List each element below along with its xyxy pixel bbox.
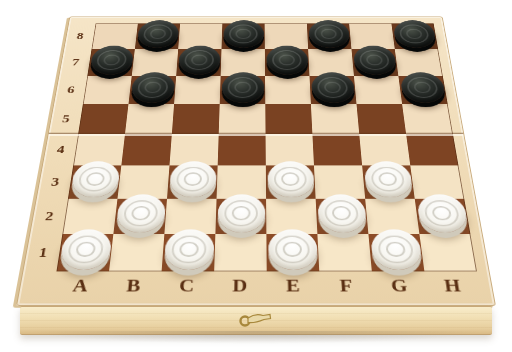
square-a1[interactable] — [56, 234, 113, 271]
square-c5[interactable] — [172, 104, 220, 134]
square-a3[interactable] — [68, 165, 121, 198]
checker-white[interactable] — [317, 194, 367, 232]
checker-black[interactable] — [311, 72, 356, 103]
checker-white[interactable] — [70, 161, 121, 197]
square-e5[interactable] — [265, 104, 312, 134]
checker-black[interactable] — [89, 46, 134, 75]
square-g7[interactable] — [351, 49, 398, 76]
square-h6[interactable] — [398, 76, 447, 104]
file-label-b: B — [106, 271, 162, 300]
checker-white[interactable] — [115, 194, 166, 232]
square-d5[interactable] — [219, 104, 266, 134]
square-h1[interactable] — [419, 234, 477, 271]
box-shadow — [30, 331, 482, 344]
square-e7[interactable] — [265, 49, 310, 76]
file-label-a: A — [52, 271, 109, 300]
square-e1[interactable] — [266, 234, 319, 271]
square-a7[interactable] — [87, 49, 135, 76]
square-f2[interactable] — [316, 199, 369, 234]
checker-white[interactable] — [168, 161, 216, 197]
square-f8[interactable] — [307, 23, 352, 49]
square-d6[interactable] — [220, 76, 266, 104]
checker-white[interactable] — [163, 229, 214, 269]
checker-black[interactable] — [130, 72, 175, 103]
square-f1[interactable] — [317, 234, 371, 271]
file-label-g: G — [372, 271, 428, 300]
checker-black[interactable] — [399, 72, 446, 103]
square-c6[interactable] — [174, 76, 221, 104]
square-g3[interactable] — [362, 165, 415, 198]
checker-white[interactable] — [58, 229, 112, 269]
square-g5[interactable] — [357, 104, 407, 134]
board-scene: 87654321ABCDEFGH — [16, 0, 496, 306]
file-label-e: E — [267, 271, 321, 300]
square-b6[interactable] — [128, 76, 176, 104]
square-h8[interactable] — [391, 23, 438, 49]
square-d8[interactable] — [222, 23, 265, 49]
square-b2[interactable] — [113, 199, 167, 234]
checker-black[interactable] — [308, 20, 350, 48]
rank-label-6: 6 — [54, 76, 87, 104]
square-b8[interactable] — [135, 23, 180, 49]
file-label-f: F — [319, 271, 374, 300]
square-d2[interactable] — [215, 199, 266, 234]
square-d1[interactable] — [214, 234, 267, 271]
file-label-h: H — [424, 271, 482, 300]
checker-white[interactable] — [217, 194, 265, 232]
square-c7[interactable] — [176, 49, 221, 76]
checker-white[interactable] — [363, 161, 413, 197]
square-g1[interactable] — [368, 234, 424, 271]
checker-black[interactable] — [136, 20, 179, 48]
square-h4[interactable] — [406, 134, 458, 165]
checker-white[interactable] — [416, 194, 469, 232]
checker-white[interactable] — [267, 161, 314, 197]
square-f5[interactable] — [311, 104, 359, 134]
checker-black[interactable] — [352, 46, 397, 75]
metal-clasp-icon — [237, 310, 277, 328]
rank-label-7: 7 — [59, 49, 91, 76]
checker-black[interactable] — [223, 20, 264, 48]
square-b1[interactable] — [109, 234, 164, 271]
checkers-board: 87654321ABCDEFGH — [16, 17, 496, 306]
checker-white[interactable] — [369, 229, 422, 269]
square-f4[interactable] — [312, 134, 362, 165]
square-c1[interactable] — [162, 234, 216, 271]
square-c3[interactable] — [167, 165, 218, 198]
board-fold-seam — [48, 133, 463, 136]
checker-white[interactable] — [268, 229, 318, 269]
checker-black[interactable] — [266, 46, 308, 75]
square-e6[interactable] — [265, 76, 311, 104]
rank-label-8: 8 — [64, 23, 95, 49]
square-h5[interactable] — [402, 104, 453, 134]
square-e3[interactable] — [266, 165, 316, 198]
square-a6[interactable] — [83, 76, 132, 104]
checker-black[interactable] — [178, 46, 221, 75]
file-label-c: C — [159, 271, 214, 300]
square-b5[interactable] — [125, 104, 174, 134]
file-label-d: D — [213, 271, 267, 300]
square-a5[interactable] — [78, 104, 128, 134]
square-d4[interactable] — [218, 134, 266, 165]
photo-background: 87654321ABCDEFGH — [0, 0, 512, 352]
checker-black[interactable] — [221, 72, 264, 103]
square-b4[interactable] — [121, 134, 172, 165]
square-f6[interactable] — [309, 76, 356, 104]
checker-black[interactable] — [392, 20, 437, 48]
square-g6[interactable] — [354, 76, 402, 104]
square-h2[interactable] — [415, 199, 471, 234]
